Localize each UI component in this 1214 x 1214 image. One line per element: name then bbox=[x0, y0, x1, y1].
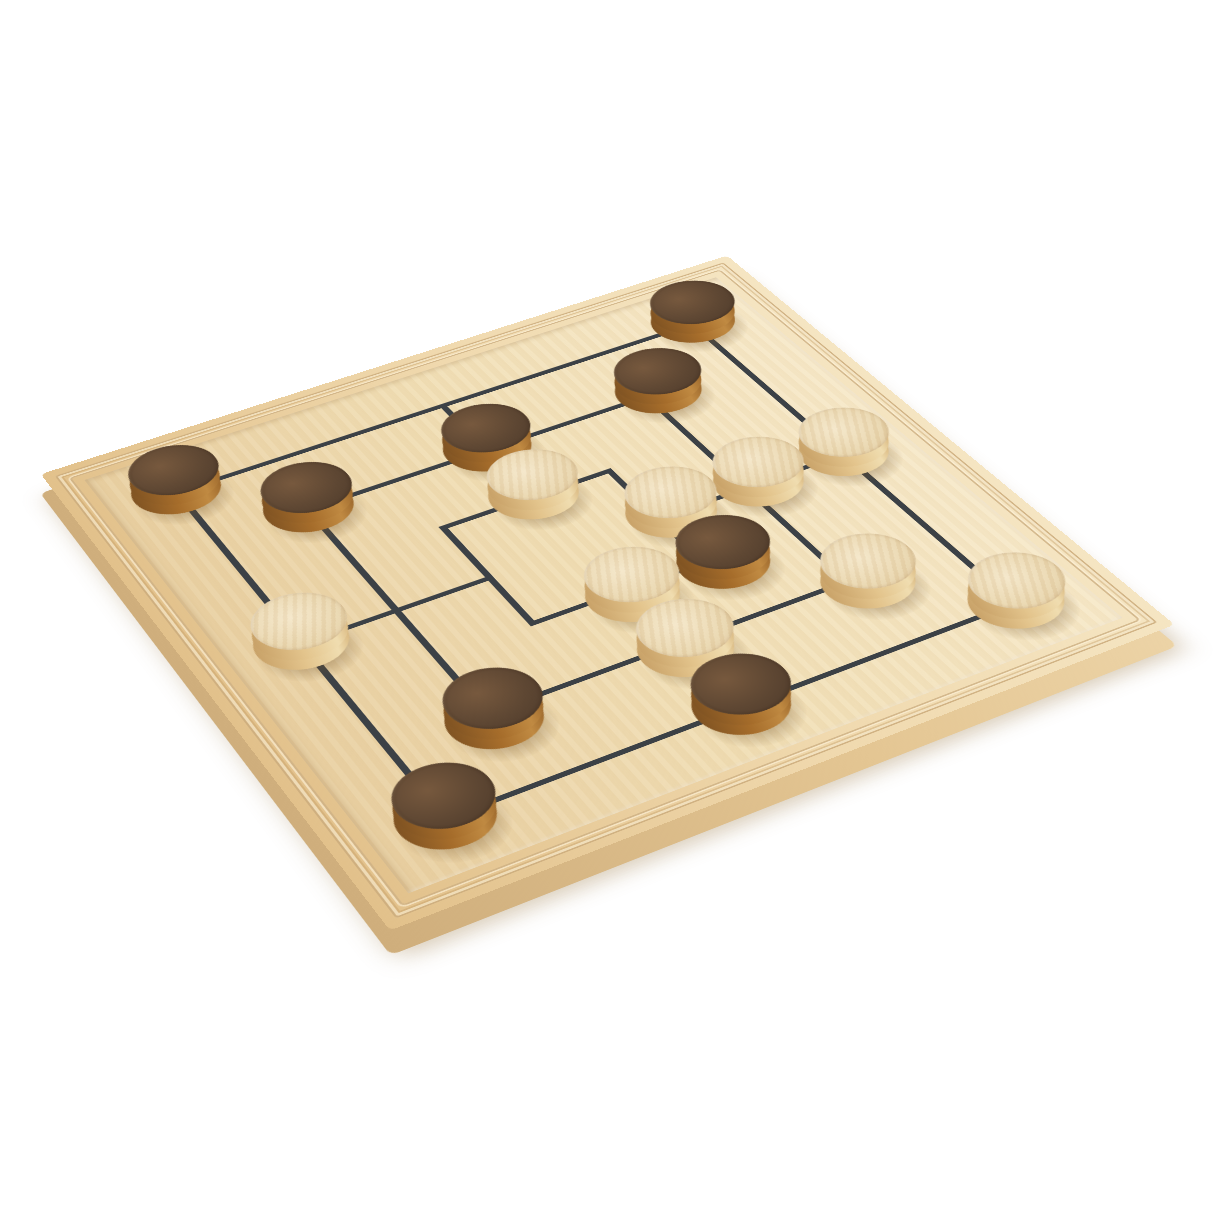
board-scene bbox=[144, 108, 1021, 985]
morris-board bbox=[41, 256, 1175, 931]
